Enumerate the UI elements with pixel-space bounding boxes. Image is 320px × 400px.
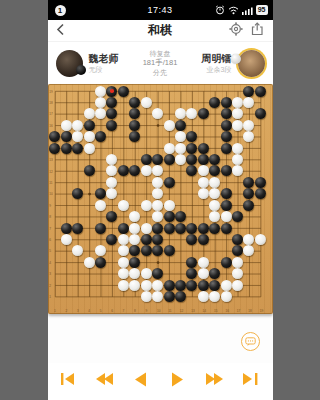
black-stone — [175, 291, 186, 302]
black-stone — [141, 154, 152, 165]
white-stone — [175, 131, 186, 142]
svg-text:4: 4 — [49, 261, 51, 265]
battery-icon: 95 — [256, 5, 268, 15]
svg-text:9: 9 — [49, 204, 51, 208]
white-stone — [198, 177, 209, 188]
black-stone — [243, 86, 254, 97]
black-stone — [209, 97, 220, 108]
black-stone — [118, 223, 129, 234]
avatar-black-player — [56, 50, 83, 77]
white-stone — [61, 120, 72, 131]
svg-text:17: 17 — [49, 112, 53, 116]
settings-button[interactable] — [229, 22, 243, 40]
svg-text:5: 5 — [99, 309, 101, 313]
white-stone — [232, 97, 243, 108]
white-stone — [232, 257, 243, 268]
step-back-button[interactable] — [131, 371, 153, 393]
svg-text:13: 13 — [191, 309, 195, 313]
black-stone — [175, 211, 186, 222]
svg-text:17: 17 — [236, 309, 240, 313]
white-stone — [255, 234, 266, 245]
svg-text:16: 16 — [225, 309, 229, 313]
black-stone — [198, 280, 209, 291]
white-stone — [118, 200, 129, 211]
white-stone — [175, 154, 186, 165]
black-stone — [164, 280, 175, 291]
player-black[interactable]: 魏老师 无段 — [48, 50, 125, 77]
fast-forward-icon — [206, 372, 224, 392]
svg-text:14: 14 — [202, 309, 206, 313]
chat-bubble-icon — [245, 333, 256, 351]
white-stone — [232, 154, 243, 165]
svg-text:7: 7 — [49, 227, 51, 231]
black-stone — [95, 223, 106, 234]
skip-end-icon — [242, 372, 260, 392]
svg-text:2: 2 — [65, 309, 67, 313]
svg-text:18: 18 — [248, 309, 252, 313]
skip-to-end-button[interactable] — [240, 371, 262, 393]
svg-text:11: 11 — [168, 309, 172, 313]
black-stone — [129, 257, 140, 268]
svg-text:5: 5 — [49, 249, 51, 253]
black-stone — [221, 120, 232, 131]
status-bar: 1 17:43 95 — [48, 0, 273, 20]
white-stone — [198, 268, 209, 279]
black-stone — [95, 257, 106, 268]
title-bar: 和棋 — [48, 20, 273, 42]
wifi-icon — [228, 1, 239, 19]
black-stone — [221, 97, 232, 108]
svg-text:2: 2 — [49, 284, 51, 288]
black-stone — [186, 143, 197, 154]
black-stone — [164, 154, 175, 165]
last-move-marker — [110, 89, 114, 93]
play-forward-button[interactable] — [167, 371, 189, 393]
svg-text:8: 8 — [134, 309, 136, 313]
white-stone — [164, 143, 175, 154]
black-stone — [198, 154, 209, 165]
white-stone — [152, 200, 163, 211]
black-stone — [164, 177, 175, 188]
black-stone — [164, 245, 175, 256]
svg-text:7: 7 — [122, 309, 124, 313]
white-stone — [84, 108, 95, 119]
svg-text:13: 13 — [49, 158, 53, 162]
white-stone-badge-icon — [231, 54, 241, 64]
white-stone — [84, 143, 95, 154]
white-stone — [232, 280, 243, 291]
svg-text:18: 18 — [49, 101, 53, 105]
white-stone — [141, 223, 152, 234]
svg-text:12: 12 — [49, 170, 53, 174]
white-stone — [72, 120, 83, 131]
black-stone — [118, 86, 129, 97]
white-stone — [232, 143, 243, 154]
white-stone — [141, 268, 152, 279]
black-stone — [221, 131, 232, 142]
triangle-right-icon — [169, 372, 187, 392]
black-stone — [164, 291, 175, 302]
white-stone — [118, 268, 129, 279]
white-stone — [141, 97, 152, 108]
white-stone — [84, 257, 95, 268]
black-stone — [72, 143, 83, 154]
white-stone — [118, 257, 129, 268]
skip-to-start-button[interactable] — [58, 371, 80, 393]
black-stone — [175, 120, 186, 131]
black-stone-badge-icon — [76, 65, 86, 75]
white-stone — [198, 257, 209, 268]
white-stone — [84, 131, 95, 142]
white-stone — [164, 200, 175, 211]
white-stone — [232, 120, 243, 131]
black-stone — [129, 120, 140, 131]
triangle-left-icon — [133, 372, 151, 392]
fast-forward-button[interactable] — [204, 371, 226, 393]
black-stone — [232, 234, 243, 245]
black-stone — [175, 223, 186, 234]
go-board[interactable]: 1911821731641551461371281191010911812713… — [48, 84, 273, 314]
white-stone — [118, 280, 129, 291]
black-stone — [164, 223, 175, 234]
settings-gear-icon — [229, 22, 243, 39]
svg-text:19: 19 — [49, 90, 53, 94]
app-screen: 1 17:43 95 和棋 — [48, 0, 273, 400]
white-stone — [209, 177, 220, 188]
svg-text:9: 9 — [145, 309, 147, 313]
black-stone — [209, 280, 220, 291]
white-stone — [152, 177, 163, 188]
svg-text:3: 3 — [49, 272, 51, 276]
svg-text:1: 1 — [49, 295, 51, 299]
svg-text:10: 10 — [49, 192, 53, 196]
avatar-white-player — [238, 50, 265, 77]
white-stone — [118, 234, 129, 245]
black-stone — [198, 223, 209, 234]
white-stone — [175, 143, 186, 154]
player-black-rank: 无段 — [89, 65, 119, 74]
white-stone — [209, 200, 220, 211]
black-stone — [175, 280, 186, 291]
svg-text:6: 6 — [49, 238, 51, 242]
svg-text:16: 16 — [49, 124, 53, 128]
black-stone — [198, 143, 209, 154]
black-stone — [221, 143, 232, 154]
rewind-icon — [96, 372, 114, 392]
player-black-name: 魏老师 — [89, 52, 119, 65]
svg-text:1: 1 — [54, 309, 56, 313]
skip-back-icon — [60, 372, 78, 392]
black-stone — [61, 223, 72, 234]
white-stone — [198, 291, 209, 302]
black-stone — [129, 97, 140, 108]
black-stone — [72, 223, 83, 234]
white-stone — [95, 86, 106, 97]
players-row: 魏老师 无段 待复盘 181手/181 分先 周明镭 业余3段 — [48, 42, 273, 84]
signal-icon — [242, 1, 253, 19]
svg-text:15: 15 — [213, 309, 217, 313]
white-stone — [221, 211, 232, 222]
black-stone — [84, 165, 95, 176]
player-white-rank: 业余3段 — [202, 65, 232, 74]
svg-text:10: 10 — [156, 309, 160, 313]
svg-text:19: 19 — [259, 309, 263, 313]
black-stone — [221, 223, 232, 234]
share-icon — [251, 22, 265, 39]
svg-text:11: 11 — [49, 181, 53, 185]
black-stone — [152, 223, 163, 234]
svg-text:8: 8 — [49, 215, 51, 219]
svg-text:12: 12 — [179, 309, 183, 313]
black-stone — [255, 86, 266, 97]
white-stone — [95, 97, 106, 108]
black-stone — [209, 223, 220, 234]
white-stone — [164, 120, 175, 131]
black-stone — [221, 200, 232, 211]
black-stone — [164, 211, 175, 222]
white-stone — [61, 234, 72, 245]
black-stone — [198, 234, 209, 245]
alarm-icon — [215, 1, 225, 19]
share-button[interactable] — [251, 22, 265, 40]
white-stone — [141, 291, 152, 302]
black-stone — [221, 188, 232, 199]
player-white[interactable]: 周明镭 业余3段 — [196, 50, 273, 77]
black-stone — [61, 143, 72, 154]
black-stone — [186, 223, 197, 234]
white-stone — [141, 200, 152, 211]
white-stone — [221, 280, 232, 291]
white-stone — [95, 200, 106, 211]
black-stone — [61, 131, 72, 142]
black-stone — [221, 257, 232, 268]
black-stone — [49, 143, 60, 154]
player-white-name: 周明镭 — [202, 52, 232, 65]
black-stone — [221, 108, 232, 119]
black-stone — [106, 86, 117, 97]
playback-toolbar — [48, 363, 273, 400]
black-stone — [84, 120, 95, 131]
white-stone — [129, 280, 140, 291]
black-stone — [255, 177, 266, 188]
svg-text:6: 6 — [111, 309, 113, 313]
black-stone — [186, 280, 197, 291]
black-stone — [141, 234, 152, 245]
chat-button[interactable] — [241, 332, 260, 351]
white-stone — [129, 223, 140, 234]
white-stone — [141, 280, 152, 291]
black-stone — [221, 165, 232, 176]
white-stone — [221, 291, 232, 302]
rewind-button[interactable] — [94, 371, 116, 393]
svg-text:3: 3 — [76, 309, 78, 313]
white-stone — [152, 280, 163, 291]
svg-text:4: 4 — [88, 309, 90, 313]
